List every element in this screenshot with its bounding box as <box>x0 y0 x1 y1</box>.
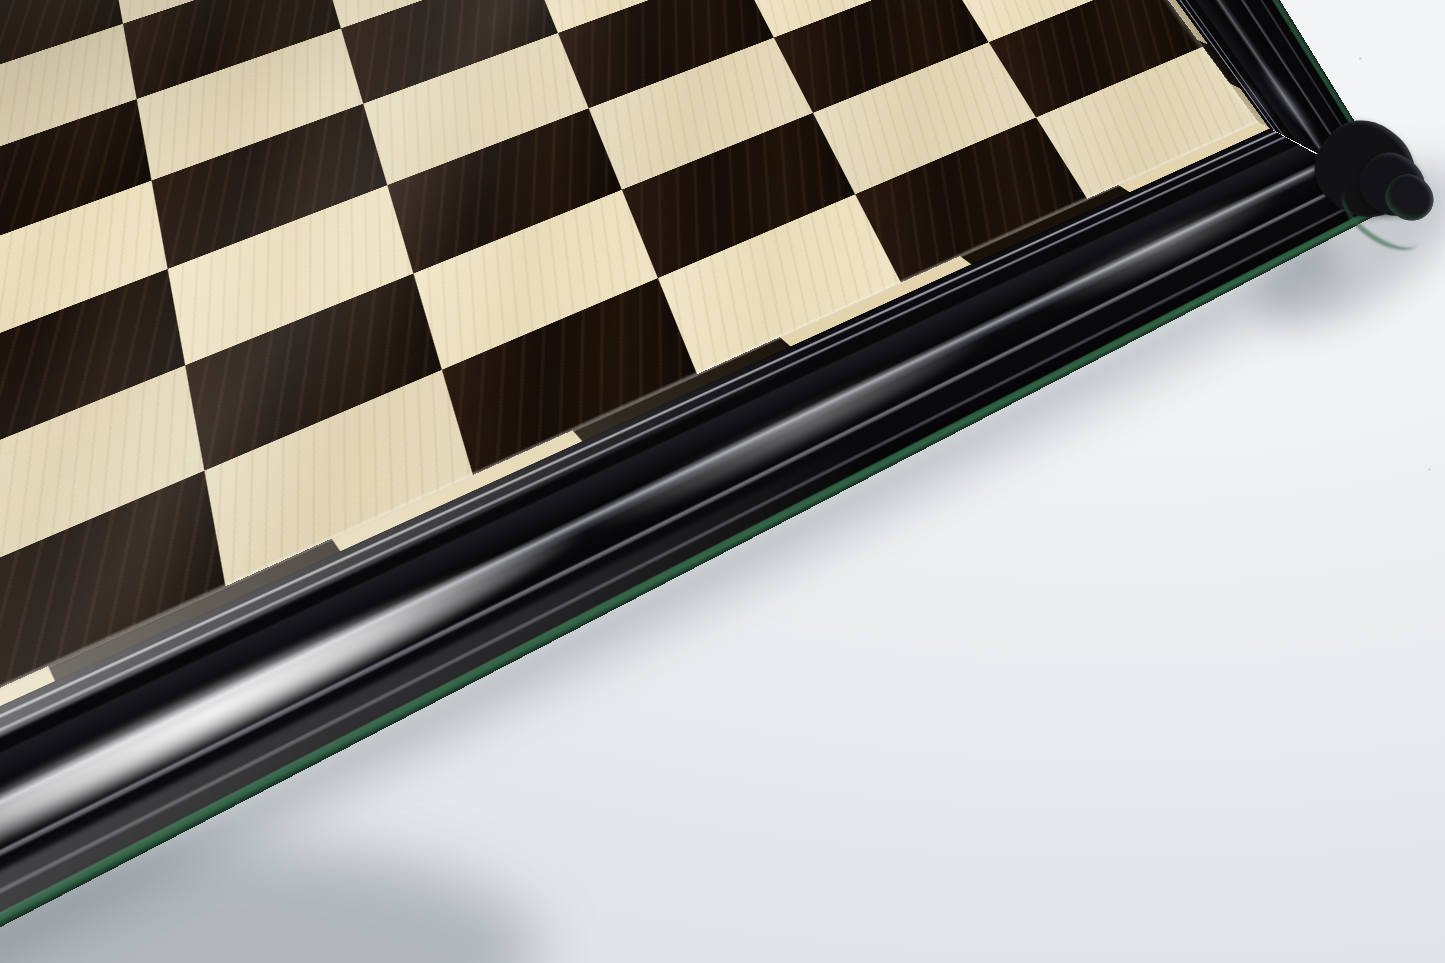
dust-speck <box>1359 57 1362 60</box>
dust-speck <box>1428 468 1431 471</box>
photo-stage <box>0 0 1445 963</box>
